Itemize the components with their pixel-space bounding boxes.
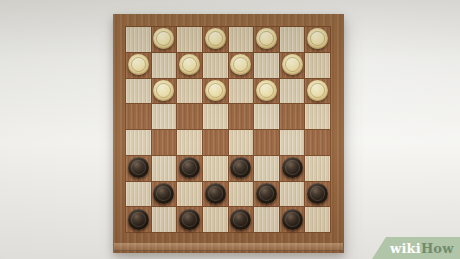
light-piece-b8[interactable]	[153, 28, 174, 49]
piece-ring	[259, 31, 274, 46]
piece-ring	[182, 57, 197, 72]
square-a3[interactable]	[126, 156, 151, 181]
square-d6[interactable]	[203, 79, 228, 104]
piece-ring	[208, 186, 223, 201]
piece-ring	[156, 83, 171, 98]
dark-piece-g3[interactable]	[282, 157, 303, 178]
light-piece-h6[interactable]	[307, 80, 328, 101]
square-b6[interactable]	[152, 79, 177, 104]
light-piece-f8[interactable]	[256, 28, 277, 49]
piece-ring	[259, 83, 274, 98]
square-f6[interactable]	[254, 79, 279, 104]
square-f1[interactable]	[254, 207, 279, 232]
square-c1[interactable]	[177, 207, 202, 232]
square-b7[interactable]	[152, 53, 177, 78]
square-d2[interactable]	[203, 182, 228, 207]
square-a5[interactable]	[126, 104, 151, 129]
square-h1[interactable]	[305, 207, 330, 232]
square-d8[interactable]	[203, 27, 228, 52]
photo-stage: wikiHow	[0, 0, 460, 259]
dark-piece-c1[interactable]	[179, 209, 200, 230]
square-e2[interactable]	[229, 182, 254, 207]
dark-piece-a1[interactable]	[128, 209, 149, 230]
light-piece-c7[interactable]	[179, 54, 200, 75]
square-a1[interactable]	[126, 207, 151, 232]
square-h7[interactable]	[305, 53, 330, 78]
square-e8[interactable]	[229, 27, 254, 52]
piece-ring	[233, 57, 248, 72]
square-h4[interactable]	[305, 130, 330, 155]
light-piece-b6[interactable]	[153, 80, 174, 101]
piece-ring	[285, 160, 300, 175]
piece-ring	[310, 186, 325, 201]
light-piece-h8[interactable]	[307, 28, 328, 49]
square-a2[interactable]	[126, 182, 151, 207]
square-b5[interactable]	[152, 104, 177, 129]
light-piece-f6[interactable]	[256, 80, 277, 101]
square-g4[interactable]	[280, 130, 305, 155]
piece-ring	[131, 160, 146, 175]
watermark-how-text: How	[421, 241, 454, 256]
piece-ring	[233, 212, 248, 227]
square-g7[interactable]	[280, 53, 305, 78]
piece-ring	[285, 57, 300, 72]
square-b2[interactable]	[152, 182, 177, 207]
dark-piece-b2[interactable]	[153, 183, 174, 204]
piece-ring	[131, 57, 146, 72]
light-piece-d6[interactable]	[205, 80, 226, 101]
square-e3[interactable]	[229, 156, 254, 181]
light-piece-d8[interactable]	[205, 28, 226, 49]
square-a6[interactable]	[126, 79, 151, 104]
piece-ring	[131, 212, 146, 227]
square-f7[interactable]	[254, 53, 279, 78]
piece-ring	[182, 212, 197, 227]
square-h8[interactable]	[305, 27, 330, 52]
piece-ring	[156, 186, 171, 201]
piece-ring	[310, 83, 325, 98]
square-e7[interactable]	[229, 53, 254, 78]
dark-piece-e3[interactable]	[230, 157, 251, 178]
square-e6[interactable]	[229, 79, 254, 104]
square-c7[interactable]	[177, 53, 202, 78]
square-e4[interactable]	[229, 130, 254, 155]
square-b8[interactable]	[152, 27, 177, 52]
dark-piece-a3[interactable]	[128, 157, 149, 178]
square-f8[interactable]	[254, 27, 279, 52]
square-a4[interactable]	[126, 130, 151, 155]
square-f3[interactable]	[254, 156, 279, 181]
piece-ring	[208, 83, 223, 98]
wikihow-watermark: wikiHow	[372, 237, 460, 259]
light-piece-a7[interactable]	[128, 54, 149, 75]
square-c2[interactable]	[177, 182, 202, 207]
square-b1[interactable]	[152, 207, 177, 232]
dark-piece-c3[interactable]	[179, 157, 200, 178]
square-g8[interactable]	[280, 27, 305, 52]
square-h5[interactable]	[305, 104, 330, 129]
square-g6[interactable]	[280, 79, 305, 104]
square-a7[interactable]	[126, 53, 151, 78]
square-c8[interactable]	[177, 27, 202, 52]
piece-ring	[233, 160, 248, 175]
square-d1[interactable]	[203, 207, 228, 232]
square-d3[interactable]	[203, 156, 228, 181]
board-grid	[125, 26, 331, 233]
dark-piece-g1[interactable]	[282, 209, 303, 230]
dark-piece-e1[interactable]	[230, 209, 251, 230]
square-d5[interactable]	[203, 104, 228, 129]
square-c6[interactable]	[177, 79, 202, 104]
piece-ring	[156, 31, 171, 46]
square-d7[interactable]	[203, 53, 228, 78]
square-b3[interactable]	[152, 156, 177, 181]
piece-ring	[182, 160, 197, 175]
dark-piece-d2[interactable]	[205, 183, 226, 204]
piece-ring	[208, 31, 223, 46]
square-g5[interactable]	[280, 104, 305, 129]
square-c3[interactable]	[177, 156, 202, 181]
square-c5[interactable]	[177, 104, 202, 129]
dark-piece-f2[interactable]	[256, 183, 277, 204]
dark-piece-h2[interactable]	[307, 183, 328, 204]
piece-ring	[310, 31, 325, 46]
square-h6[interactable]	[305, 79, 330, 104]
square-f5[interactable]	[254, 104, 279, 129]
square-g2[interactable]	[280, 182, 305, 207]
light-piece-e7[interactable]	[230, 54, 251, 75]
watermark-wiki-text: wiki	[390, 241, 421, 256]
checkers-board	[113, 14, 344, 253]
square-a8[interactable]	[126, 27, 151, 52]
square-h2[interactable]	[305, 182, 330, 207]
square-e1[interactable]	[229, 207, 254, 232]
square-e5[interactable]	[229, 104, 254, 129]
square-f2[interactable]	[254, 182, 279, 207]
square-g3[interactable]	[280, 156, 305, 181]
square-h3[interactable]	[305, 156, 330, 181]
square-d4[interactable]	[203, 130, 228, 155]
square-g1[interactable]	[280, 207, 305, 232]
square-b4[interactable]	[152, 130, 177, 155]
light-piece-g7[interactable]	[282, 54, 303, 75]
square-f4[interactable]	[254, 130, 279, 155]
piece-ring	[285, 212, 300, 227]
square-c4[interactable]	[177, 130, 202, 155]
piece-ring	[259, 186, 274, 201]
